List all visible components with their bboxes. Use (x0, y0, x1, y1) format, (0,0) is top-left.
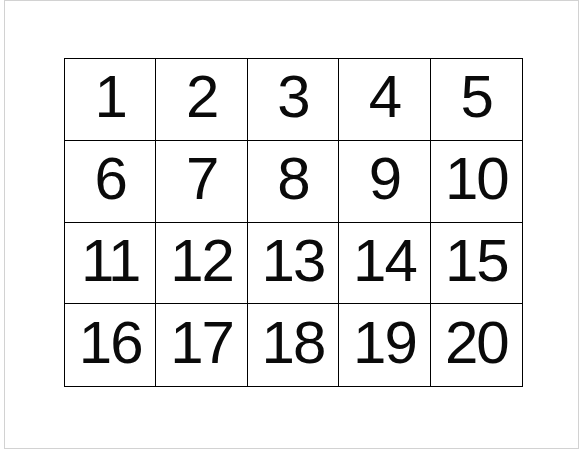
number-cell-r4c5: 20 (431, 304, 522, 386)
number-cell-r1c1: 1 (65, 59, 156, 141)
number-cell-r2c5: 10 (431, 141, 522, 223)
page: 1234567891011121314151617181920 (0, 0, 585, 450)
number-cell-r4c3: 18 (248, 304, 339, 386)
number-cell-r4c2: 17 (156, 304, 247, 386)
number-cell-r3c5: 15 (431, 223, 522, 305)
number-cell-r2c4: 9 (339, 141, 430, 223)
number-cell-r3c2: 12 (156, 223, 247, 305)
number-cell-r3c4: 14 (339, 223, 430, 305)
number-cell-r3c1: 11 (65, 223, 156, 305)
number-cell-r1c2: 2 (156, 59, 247, 141)
number-cell-r2c1: 6 (65, 141, 156, 223)
number-cell-r1c4: 4 (339, 59, 430, 141)
number-cell-r1c3: 3 (248, 59, 339, 141)
number-grid: 1234567891011121314151617181920 (64, 58, 523, 387)
number-cell-r4c1: 16 (65, 304, 156, 386)
number-cell-r3c3: 13 (248, 223, 339, 305)
number-cell-r2c3: 8 (248, 141, 339, 223)
number-cell-r2c2: 7 (156, 141, 247, 223)
number-cell-r4c4: 19 (339, 304, 430, 386)
number-cell-r1c5: 5 (431, 59, 522, 141)
